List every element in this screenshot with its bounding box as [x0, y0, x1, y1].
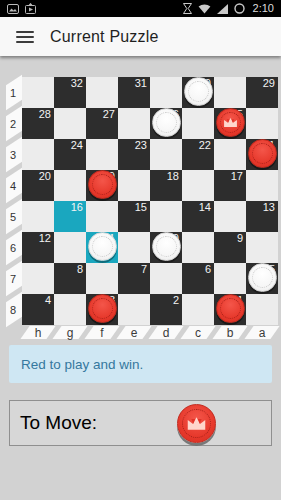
square-a5-n13[interactable]: 13 [246, 201, 278, 232]
clock: 2:10 [253, 3, 274, 14]
hamburger-icon[interactable] [16, 31, 34, 43]
square-e6[interactable] [118, 232, 150, 263]
square-c4[interactable] [182, 170, 214, 201]
square-a4[interactable] [246, 170, 278, 201]
puzzle-message: Red to play and win. [9, 345, 272, 383]
square-number: 15 [135, 201, 147, 214]
square-c1-n30[interactable]: 30 [182, 77, 214, 108]
file-label-c: c [182, 325, 214, 341]
square-number: 6 [205, 263, 211, 276]
square-g6[interactable] [54, 232, 86, 263]
file-label-g: g [54, 325, 86, 341]
square-f2-n27[interactable]: 27 [86, 108, 118, 139]
square-g8[interactable] [54, 294, 86, 325]
square-d2-n26[interactable]: 26 [150, 108, 182, 139]
square-number: 32 [71, 77, 83, 90]
white-man-piece[interactable] [248, 263, 277, 292]
status-bar: 2:10 [0, 0, 281, 17]
square-a3-n21[interactable]: 21 [246, 139, 278, 170]
square-b7[interactable] [214, 263, 246, 294]
rank-label-8: 8 [4, 294, 22, 325]
rank-label-1: 1 [4, 77, 22, 108]
white-man-piece[interactable] [152, 108, 181, 137]
checkers-board: 1323130292282726253242322214201918175161… [4, 77, 278, 341]
square-c2[interactable] [182, 108, 214, 139]
square-number: 24 [71, 139, 83, 152]
file-label-e: e [118, 325, 150, 341]
square-e5-n15[interactable]: 15 [118, 201, 150, 232]
square-b5[interactable] [214, 201, 246, 232]
square-number: 28 [39, 108, 51, 121]
square-g4[interactable] [54, 170, 86, 201]
white-man-piece[interactable] [184, 77, 213, 106]
square-h3[interactable] [22, 139, 54, 170]
square-number: 9 [237, 232, 243, 245]
square-b1[interactable] [214, 77, 246, 108]
square-number: 31 [135, 77, 147, 90]
square-number: 7 [141, 263, 147, 276]
square-h4-n20[interactable]: 20 [22, 170, 54, 201]
square-c6[interactable] [182, 232, 214, 263]
puzzle-message-text: Red to play and win. [21, 357, 143, 372]
square-number: 20 [39, 170, 51, 183]
app-bar: Current Puzzle [0, 17, 281, 56]
square-d6-n10[interactable]: 10 [150, 232, 182, 263]
square-c5-n14[interactable]: 14 [182, 201, 214, 232]
red-king-piece[interactable] [216, 108, 245, 137]
square-b2-n25[interactable]: 25 [214, 108, 246, 139]
square-b4-n17[interactable]: 17 [214, 170, 246, 201]
to-move-label: To Move: [20, 412, 97, 434]
square-b8-n1[interactable]: 1 [214, 294, 246, 325]
rank-label-5: 5 [4, 201, 22, 232]
square-a7-n5[interactable]: 5 [246, 263, 278, 294]
square-b6-n9[interactable]: 9 [214, 232, 246, 263]
square-number: 16 [71, 201, 83, 214]
file-label-a: a [246, 325, 278, 341]
status-bar-left-icons [7, 3, 36, 14]
square-a6[interactable] [246, 232, 278, 263]
play-store-icon [25, 3, 36, 14]
square-g5-n16[interactable]: 16 [54, 201, 86, 232]
square-e4[interactable] [118, 170, 150, 201]
file-label-h: h [22, 325, 54, 341]
screenshot-icon [7, 4, 19, 14]
square-h1[interactable] [22, 77, 54, 108]
square-d7[interactable] [150, 263, 182, 294]
file-label-d: d [150, 325, 182, 341]
square-g3-n24[interactable]: 24 [54, 139, 86, 170]
square-e8[interactable] [118, 294, 150, 325]
status-bar-right: 2:10 [183, 3, 274, 14]
square-c7-n6[interactable]: 6 [182, 263, 214, 294]
board-grid: 1323130292282726253242322214201918175161… [4, 77, 278, 341]
square-h5[interactable] [22, 201, 54, 232]
battery-circle-icon [234, 3, 245, 14]
red-man-piece[interactable] [88, 294, 117, 323]
square-f7[interactable] [86, 263, 118, 294]
square-f4-n19[interactable]: 19 [86, 170, 118, 201]
file-label-b: b [214, 325, 246, 341]
square-g7-n8[interactable]: 8 [54, 263, 86, 294]
rank-label-2: 2 [4, 108, 22, 139]
square-e2[interactable] [118, 108, 150, 139]
square-number: 17 [231, 170, 243, 183]
square-number: 2 [173, 294, 179, 307]
square-number: 18 [167, 170, 179, 183]
rank-label-4: 4 [4, 170, 22, 201]
square-h7[interactable] [22, 263, 54, 294]
hourglass-icon [183, 3, 192, 14]
wifi-icon [198, 4, 211, 14]
white-man-piece[interactable] [88, 232, 117, 261]
square-b3[interactable] [214, 139, 246, 170]
square-number: 27 [103, 108, 115, 121]
square-e1-n31[interactable]: 31 [118, 77, 150, 108]
square-f3[interactable] [86, 139, 118, 170]
red-man-piece[interactable] [248, 139, 277, 168]
square-e7-n7[interactable]: 7 [118, 263, 150, 294]
square-c3-n22[interactable]: 22 [182, 139, 214, 170]
red-man-piece[interactable] [216, 294, 245, 323]
square-a2[interactable] [246, 108, 278, 139]
red-man-piece[interactable] [88, 170, 117, 199]
square-h2-n28[interactable]: 28 [22, 108, 54, 139]
white-man-piece[interactable] [152, 232, 181, 261]
rank-label-6: 6 [4, 232, 22, 263]
square-d1[interactable] [150, 77, 182, 108]
square-f6-n11[interactable]: 11 [86, 232, 118, 263]
to-move-panel: To Move: [9, 400, 272, 446]
square-number: 22 [199, 139, 211, 152]
square-g1-n32[interactable]: 32 [54, 77, 86, 108]
square-g2[interactable] [54, 108, 86, 139]
square-h6-n12[interactable]: 12 [22, 232, 54, 263]
square-number: 4 [45, 294, 51, 307]
square-number: 8 [77, 263, 83, 276]
rank-label-3: 3 [4, 139, 22, 170]
square-f1[interactable] [86, 77, 118, 108]
square-e3-n23[interactable]: 23 [118, 139, 150, 170]
page-title: Current Puzzle [50, 28, 159, 46]
square-a8[interactable] [246, 294, 278, 325]
square-d4-n18[interactable]: 18 [150, 170, 182, 201]
square-number: 12 [39, 232, 51, 245]
square-h8-n4[interactable]: 4 [22, 294, 54, 325]
square-d5[interactable] [150, 201, 182, 232]
file-label-f: f [86, 325, 118, 341]
square-number: 13 [263, 201, 275, 214]
rank-label-7: 7 [4, 263, 22, 294]
to-move-red-king-piece [177, 404, 216, 443]
square-number: 29 [263, 77, 275, 90]
square-d3[interactable] [150, 139, 182, 170]
square-c8[interactable] [182, 294, 214, 325]
square-number: 14 [199, 201, 211, 214]
square-number: 23 [135, 139, 147, 152]
square-f8-n3[interactable]: 3 [86, 294, 118, 325]
signal-icon [217, 4, 228, 14]
square-f5[interactable] [86, 201, 118, 232]
square-d8-n2[interactable]: 2 [150, 294, 182, 325]
square-a1-n29[interactable]: 29 [246, 77, 278, 108]
